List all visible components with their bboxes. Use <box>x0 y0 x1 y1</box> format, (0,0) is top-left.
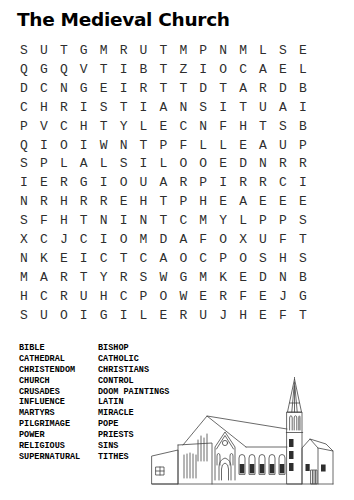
grid-cell-r11c13: U <box>253 230 273 249</box>
grid-cell-r14c7: P <box>134 287 154 306</box>
grid-cell-r4c15: I <box>293 98 313 117</box>
grid-cell-r3c4: G <box>74 79 94 98</box>
grid-cell-r10c15: S <box>293 211 313 230</box>
grid-cell-r9c15: E <box>293 192 313 211</box>
grid-cell-r9c4: R <box>74 192 94 211</box>
grid-cell-r12c14: H <box>273 249 293 268</box>
grid-cell-r5c10: N <box>193 117 213 136</box>
grid-cell-r13c9: G <box>173 268 193 287</box>
grid-cell-r8c4: G <box>74 173 94 192</box>
grid-cell-r8c9: R <box>173 173 193 192</box>
grid-cell-r11c1: X <box>14 230 34 249</box>
grid-cell-r5c1: P <box>14 117 34 136</box>
grid-cell-r5c15: B <box>293 117 313 136</box>
grid-cell-r14c6: C <box>114 287 134 306</box>
grid-cell-r3c10: D <box>193 79 213 98</box>
entrance-gable <box>215 432 235 480</box>
grid-cell-r1c12: M <box>233 41 253 60</box>
grid-cell-r9c10: H <box>193 192 213 211</box>
grid-cell-r7c9: O <box>173 155 193 174</box>
grid-cell-r3c8: T <box>153 79 173 98</box>
grid-cell-r14c3: R <box>54 287 74 306</box>
grid-cell-r8c12: R <box>233 173 253 192</box>
grid-cell-r9c12: A <box>233 192 253 211</box>
grid-cell-r14c10: E <box>193 287 213 306</box>
grid-cell-r9c3: H <box>54 192 74 211</box>
grid-cell-r8c5: I <box>94 173 114 192</box>
grid-cell-r2c15: L <box>293 60 313 79</box>
nave-ridge <box>207 416 287 429</box>
grid-cell-r13c7: S <box>134 268 154 287</box>
grid-cell-r5c2: V <box>34 117 54 136</box>
grid-cell-r3c11: T <box>213 79 233 98</box>
word-list-item: CRUSADES <box>19 387 80 398</box>
grid-cell-r10c6: I <box>114 211 134 230</box>
grid-cell-r11c6: O <box>114 230 134 249</box>
grid-cell-r5c3: C <box>54 117 74 136</box>
grid-cell-r9c8: T <box>153 192 173 211</box>
grid-cell-r7c13: N <box>253 155 273 174</box>
grid-cell-r8c10: P <box>193 173 213 192</box>
grid-cell-r3c7: R <box>134 79 154 98</box>
grid-cell-r13c6: R <box>114 268 134 287</box>
grid-cell-r7c7: I <box>134 155 154 174</box>
grid-cell-r12c13: S <box>253 249 273 268</box>
grid-cell-r6c10: L <box>193 136 213 155</box>
grid-cell-r2c4: V <box>74 60 94 79</box>
grid-cell-r11c8: D <box>153 230 173 249</box>
grid-cell-r4c8: A <box>153 98 173 117</box>
grid-cell-r7c10: O <box>193 155 213 174</box>
grid-cell-r15c3: O <box>54 306 74 325</box>
grid-cell-r14c5: H <box>94 287 114 306</box>
grid-cell-r1c9: M <box>173 41 193 60</box>
word-list-item: BIBLE <box>19 343 80 354</box>
grid-cell-r2c13: A <box>253 60 273 79</box>
grid-cell-r10c9: C <box>173 211 193 230</box>
grid-cell-r10c12: L <box>233 211 253 230</box>
grid-cell-r8c13: R <box>253 173 273 192</box>
grid-cell-r15c14: F <box>273 306 293 325</box>
grid-cell-r8c3: R <box>54 173 74 192</box>
grid-cell-r7c15: R <box>293 155 313 174</box>
grid-cell-r12c1: N <box>14 249 34 268</box>
grid-cell-r15c15: T <box>293 306 313 325</box>
left-wing-windows <box>184 453 196 478</box>
grid-cell-r5c11: F <box>213 117 233 136</box>
grid-cell-r12c8: A <box>153 249 173 268</box>
grid-cell-r2c10: I <box>193 60 213 79</box>
grid-cell-r5c14: S <box>273 117 293 136</box>
grid-cell-r6c3: O <box>54 136 74 155</box>
grid-cell-r3c3: N <box>54 79 74 98</box>
grid-cell-r15c4: I <box>74 306 94 325</box>
grid-cell-r4c1: C <box>14 98 34 117</box>
grid-cell-r8c6: O <box>114 173 134 192</box>
grid-cell-r15c9: R <box>173 306 193 325</box>
grid-cell-r3c2: C <box>34 79 54 98</box>
word-list-item: CHRISTIANS <box>98 365 169 376</box>
grid-cell-r9c14: E <box>273 192 293 211</box>
grid-cell-r8c11: I <box>213 173 233 192</box>
grid-cell-r8c8: A <box>153 173 173 192</box>
grid-cell-r10c2: F <box>34 211 54 230</box>
grid-cell-r13c10: M <box>193 268 213 287</box>
grid-cell-r5c7: L <box>134 117 154 136</box>
grid-cell-r13c13: D <box>253 268 273 287</box>
grid-cell-r2c6: I <box>114 60 134 79</box>
grid-cell-r2c12: C <box>233 60 253 79</box>
grid-cell-r4c13: U <box>253 98 273 117</box>
grid-cell-r6c13: A <box>253 136 273 155</box>
grid-cell-r5c13: T <box>253 117 273 136</box>
grid-cell-r14c4: U <box>74 287 94 306</box>
grid-cell-r6c1: Q <box>14 136 34 155</box>
grid-cell-r14c8: O <box>153 287 173 306</box>
grid-cell-r13c15: B <box>293 268 313 287</box>
grid-cell-r6c9: F <box>173 136 193 155</box>
grid-cell-r6c4: I <box>74 136 94 155</box>
grid-cell-r1c15: E <box>293 41 313 60</box>
word-list-item: CATHOLIC <box>98 354 169 365</box>
grid-cell-r3c14: D <box>273 79 293 98</box>
grid-cell-r7c2: P <box>34 155 54 174</box>
grid-cell-r5c6: Y <box>114 117 134 136</box>
church-illustration <box>150 377 354 489</box>
grid-cell-r6c12: E <box>233 136 253 155</box>
grid-cell-r4c10: S <box>193 98 213 117</box>
grid-cell-r4c12: T <box>233 98 253 117</box>
grid-cell-r6c5: W <box>94 136 114 155</box>
grid-cell-r8c2: E <box>34 173 54 192</box>
grid-cell-r12c12: O <box>233 249 253 268</box>
grid-cell-r13c5: Y <box>94 268 114 287</box>
grid-cell-r9c7: H <box>134 192 154 211</box>
word-list-item: POWER <box>19 430 80 441</box>
grid-cell-r3c5: E <box>94 79 114 98</box>
grid-cell-r11c10: F <box>193 230 213 249</box>
word-list-item: CHRISTENDOM <box>19 365 80 376</box>
grid-cell-r11c7: M <box>134 230 154 249</box>
grid-cell-r11c12: X <box>233 230 253 249</box>
grid-cell-r3c1: D <box>14 79 34 98</box>
grid-cell-r5c8: E <box>153 117 173 136</box>
grid-cell-r2c3: Q <box>54 60 74 79</box>
grid-cell-r8c1: I <box>14 173 34 192</box>
grid-cell-r3c6: I <box>114 79 134 98</box>
grid-cell-r9c9: P <box>173 192 193 211</box>
word-list-item: MARTYRS <box>19 408 80 419</box>
word-list-item: SUPERNATURAL <box>19 452 80 463</box>
grid-cell-r15c5: G <box>94 306 114 325</box>
grid-cell-r4c9: N <box>173 98 193 117</box>
grid-cell-r3c9: T <box>173 79 193 98</box>
gable-windows <box>198 434 207 461</box>
grid-cell-r10c5: N <box>94 211 114 230</box>
grid-cell-r4c5: S <box>94 98 114 117</box>
grid-cell-r1c8: T <box>153 41 173 60</box>
grid-cell-r2c14: E <box>273 60 293 79</box>
grid-cell-r4c6: T <box>114 98 134 117</box>
grid-cell-r3c12: A <box>233 79 253 98</box>
grid-cell-r10c3: H <box>54 211 74 230</box>
grid-cell-r15c12: H <box>233 306 253 325</box>
grid-cell-r5c9: C <box>173 117 193 136</box>
grid-cell-r9c5: R <box>94 192 114 211</box>
grid-cell-r13c1: M <box>14 268 34 287</box>
word-search-grid: SUTGMRUTMPNMLSEQGQVTIBTZIOCAELDCNGEIRTTD… <box>14 41 313 325</box>
grid-cell-r2c2: G <box>34 60 54 79</box>
grid-cell-r9c2: R <box>34 192 54 211</box>
grid-cell-r4c3: R <box>54 98 74 117</box>
grid-cell-r1c7: U <box>134 41 154 60</box>
word-list-item: RELIGIOUS <box>19 441 80 452</box>
grid-cell-r7c4: A <box>74 155 94 174</box>
grid-cell-r12c2: K <box>34 249 54 268</box>
grid-cell-r6c8: P <box>153 136 173 155</box>
grid-cell-r9c13: E <box>253 192 273 211</box>
word-list-column-1: BIBLECATHEDRALCHRISTENDOMCHURCHCRUSADESI… <box>19 343 80 463</box>
word-list-item: CHURCH <box>19 376 80 387</box>
grid-cell-r7c11: E <box>213 155 233 174</box>
grid-cell-r9c11: E <box>213 192 233 211</box>
nave-window-panes <box>240 464 285 473</box>
grid-cell-r10c1: S <box>14 211 34 230</box>
grid-cell-r13c11: K <box>213 268 233 287</box>
grid-cell-r12c15: S <box>293 249 313 268</box>
grid-cell-r4c2: H <box>34 98 54 117</box>
grid-cell-r5c12: H <box>233 117 253 136</box>
grid-cell-r12c11: P <box>213 249 233 268</box>
grid-cell-r1c5: M <box>94 41 114 60</box>
page-title: The Medieval Church <box>17 9 230 30</box>
grid-cell-r7c3: L <box>54 155 74 174</box>
grid-cell-r12c5: C <box>94 249 114 268</box>
grid-cell-r6c2: I <box>34 136 54 155</box>
grid-cell-r14c13: E <box>253 287 273 306</box>
grid-cell-r11c4: C <box>74 230 94 249</box>
grid-cell-r15c11: J <box>213 306 233 325</box>
grid-cell-r7c5: L <box>94 155 114 174</box>
grid-cell-r1c10: P <box>193 41 213 60</box>
word-list-item: INFLUENCE <box>19 397 80 408</box>
grid-cell-r11c11: O <box>213 230 233 249</box>
grid-cell-r9c1: N <box>14 192 34 211</box>
grid-cell-r13c14: N <box>273 268 293 287</box>
grid-cell-r10c4: T <box>74 211 94 230</box>
tower-windows <box>289 439 294 471</box>
grid-cell-r14c15: G <box>293 287 313 306</box>
grid-cell-r12c6: T <box>114 249 134 268</box>
worksheet-page: The Medieval Church SUTGMRUTMPNMLSEQGQVT… <box>0 0 354 500</box>
grid-cell-r11c5: I <box>94 230 114 249</box>
grid-cell-r7c6: S <box>114 155 134 174</box>
word-list-item: PILGRIMAGE <box>19 419 80 430</box>
grid-cell-r2c9: Z <box>173 60 193 79</box>
grid-cell-r6c6: N <box>114 136 134 155</box>
grid-cell-r12c9: O <box>173 249 193 268</box>
grid-cell-r10c14: P <box>273 211 293 230</box>
grid-cell-r3c15: B <box>293 79 313 98</box>
grid-cell-r8c14: C <box>273 173 293 192</box>
grid-cell-r10c7: N <box>134 211 154 230</box>
grid-cell-r1c4: G <box>74 41 94 60</box>
grid-cell-r14c9: W <box>173 287 193 306</box>
grid-cell-r10c11: Y <box>213 211 233 230</box>
grid-cell-r2c5: T <box>94 60 114 79</box>
grid-cell-r14c14: J <box>273 287 293 306</box>
grid-cell-r11c14: F <box>273 230 293 249</box>
grid-cell-r7c1: S <box>14 155 34 174</box>
grid-cell-r15c7: L <box>134 306 154 325</box>
grid-cell-r11c15: T <box>293 230 313 249</box>
word-list-item: BISHOP <box>98 343 169 354</box>
grid-cell-r4c11: I <box>213 98 233 117</box>
grid-cell-r12c10: C <box>193 249 213 268</box>
grid-cell-r9c6: E <box>114 192 134 211</box>
grid-cell-r7c12: D <box>233 155 253 174</box>
grid-cell-r11c9: A <box>173 230 193 249</box>
grid-cell-r14c11: R <box>213 287 233 306</box>
grid-cell-r6c7: T <box>134 136 154 155</box>
grid-cell-r2c1: Q <box>14 60 34 79</box>
grid-cell-r5c5: T <box>94 117 114 136</box>
grid-cell-r15c2: U <box>34 306 54 325</box>
grid-cell-r15c8: E <box>153 306 173 325</box>
rose-window <box>222 440 227 445</box>
belfry-windows <box>290 416 300 430</box>
grid-cell-r6c15: P <box>293 136 313 155</box>
grid-cell-r1c1: S <box>14 41 34 60</box>
grid-cell-r14c12: F <box>233 287 253 306</box>
grid-cell-r2c11: O <box>213 60 233 79</box>
grid-cell-r4c7: I <box>134 98 154 117</box>
grid-cell-r15c1: S <box>14 306 34 325</box>
grid-cell-r13c4: T <box>74 268 94 287</box>
grid-cell-r14c2: C <box>34 287 54 306</box>
grid-cell-r11c3: J <box>54 230 74 249</box>
grid-cell-r12c4: I <box>74 249 94 268</box>
grid-cell-r2c7: B <box>134 60 154 79</box>
grid-cell-r15c10: U <box>193 306 213 325</box>
grid-cell-r4c4: I <box>74 98 94 117</box>
grid-cell-r13c2: A <box>34 268 54 287</box>
grid-cell-r7c14: R <box>273 155 293 174</box>
grid-cell-r3c13: R <box>253 79 273 98</box>
entrance-door <box>222 463 229 480</box>
grid-cell-r1c6: R <box>114 41 134 60</box>
grid-cell-r1c13: L <box>253 41 273 60</box>
right-house-roof <box>310 439 333 451</box>
grid-cell-r13c12: E <box>233 268 253 287</box>
grid-cell-r5c4: H <box>74 117 94 136</box>
grid-cell-r8c7: U <box>134 173 154 192</box>
grid-cell-r12c7: C <box>134 249 154 268</box>
grid-cell-r7c8: L <box>153 155 173 174</box>
grid-cell-r12c3: E <box>54 249 74 268</box>
grid-cell-r2c8: T <box>153 60 173 79</box>
grid-cell-r1c11: N <box>213 41 233 60</box>
grid-cell-r10c8: T <box>153 211 173 230</box>
grid-cell-r6c14: U <box>273 136 293 155</box>
grid-cell-r14c1: H <box>14 287 34 306</box>
grid-cell-r1c3: T <box>54 41 74 60</box>
entrance-arch <box>219 458 231 480</box>
grid-cell-r4c14: A <box>273 98 293 117</box>
grid-cell-r13c3: R <box>54 268 74 287</box>
grid-cell-r13c8: W <box>153 268 173 287</box>
grid-cell-r8c15: I <box>293 173 313 192</box>
grid-cell-r15c13: E <box>253 306 273 325</box>
grid-cell-r11c2: C <box>34 230 54 249</box>
grid-cell-r10c13: P <box>253 211 273 230</box>
grid-cell-r6c11: L <box>213 136 233 155</box>
grid-cell-r1c14: S <box>273 41 293 60</box>
word-list-item: CATHEDRAL <box>19 354 80 365</box>
grid-cell-r1c2: U <box>34 41 54 60</box>
grid-cell-r10c10: M <box>193 211 213 230</box>
grid-cell-r15c6: I <box>114 306 134 325</box>
